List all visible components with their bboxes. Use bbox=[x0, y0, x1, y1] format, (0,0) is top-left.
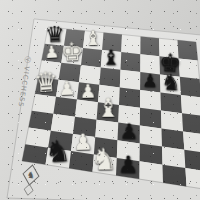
piece-white-pawn-b5: ♟ bbox=[58, 79, 76, 99]
piece-white-pawn-a7: ♟ bbox=[44, 44, 60, 61]
piece-white-bishop-c8: ♝ bbox=[84, 29, 102, 49]
piece-black-pawn-e3: ♟ bbox=[119, 120, 138, 142]
piece-black-bishop-d7: ♝ bbox=[101, 47, 120, 68]
piece-black-knight-b1: ♞ bbox=[44, 137, 72, 168]
piece-white-bishop-d4: ♝ bbox=[96, 96, 119, 122]
piece-white-pawn-c5: ♟ bbox=[79, 81, 96, 100]
piece-white-queen-a5: ♛ bbox=[33, 68, 59, 97]
piece-black-knight-g6: ♞ bbox=[160, 71, 181, 94]
piece-black-pawn-f6: ♟ bbox=[142, 72, 158, 90]
chessboard-photo: Ⓥ VICCHESS ♞ ♛♝♟♚♝♚♟♞♛♟♟♝♟♟♞♞♟ bbox=[0, 0, 200, 200]
piece-white-knight-d1: ♞ bbox=[91, 145, 118, 175]
piece-white-king-b7: ♚ bbox=[60, 39, 83, 65]
pieces-layer: ♛♝♟♚♝♚♟♞♛♟♟♝♟♟♞♞♟ bbox=[0, 0, 200, 200]
piece-black-pawn-e1: ♟ bbox=[117, 154, 138, 178]
